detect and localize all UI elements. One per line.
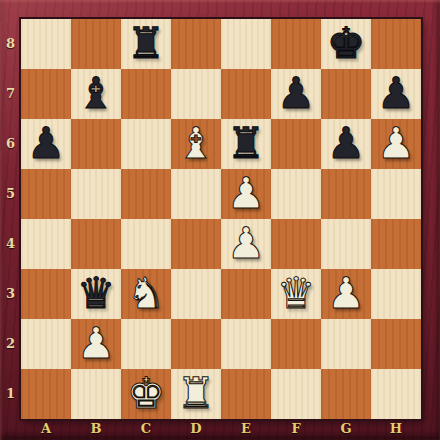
- rank-label-3: 3: [0, 269, 21, 319]
- piece-white-pawn[interactable]: ♟: [327, 272, 366, 315]
- square-d5[interactable]: [171, 169, 221, 219]
- square-f1[interactable]: [271, 369, 321, 419]
- rank-label-2: 2: [0, 319, 21, 369]
- piece-black-pawn[interactable]: ♟: [327, 122, 366, 165]
- piece-white-knight[interactable]: ♞: [127, 272, 166, 315]
- square-c3[interactable]: ♞: [121, 269, 171, 319]
- square-a6[interactable]: ♟: [21, 119, 71, 169]
- square-e7[interactable]: [221, 69, 271, 119]
- square-h4[interactable]: [371, 219, 421, 269]
- square-f3[interactable]: ♛: [271, 269, 321, 319]
- square-g3[interactable]: ♟: [321, 269, 371, 319]
- square-b2[interactable]: ♟: [71, 319, 121, 369]
- square-a4[interactable]: [21, 219, 71, 269]
- piece-white-pawn[interactable]: ♟: [77, 322, 116, 365]
- file-label-c: C: [121, 420, 171, 440]
- square-c2[interactable]: [121, 319, 171, 369]
- square-c8[interactable]: ♜: [121, 19, 171, 69]
- piece-white-pawn[interactable]: ♟: [377, 122, 416, 165]
- square-b8[interactable]: [71, 19, 121, 69]
- square-g2[interactable]: [321, 319, 371, 369]
- file-label-b: B: [71, 420, 121, 440]
- piece-black-bishop[interactable]: ♝: [77, 72, 116, 115]
- square-f7[interactable]: ♟: [271, 69, 321, 119]
- square-c6[interactable]: [121, 119, 171, 169]
- square-f2[interactable]: [271, 319, 321, 369]
- square-d7[interactable]: [171, 69, 221, 119]
- board-frame: ♜♚♝♟♟♟♝♜♟♟♟♟♛♞♛♟♟♚♜ 87654321 ABCDEFGH: [0, 0, 440, 440]
- rank-label-7: 7: [0, 69, 21, 119]
- square-d4[interactable]: [171, 219, 221, 269]
- square-a1[interactable]: [21, 369, 71, 419]
- rank-label-4: 4: [0, 219, 21, 269]
- square-c7[interactable]: [121, 69, 171, 119]
- piece-white-king[interactable]: ♚: [127, 372, 166, 415]
- square-d2[interactable]: [171, 319, 221, 369]
- square-h6[interactable]: ♟: [371, 119, 421, 169]
- square-a3[interactable]: [21, 269, 71, 319]
- square-f8[interactable]: [271, 19, 321, 69]
- square-c5[interactable]: [121, 169, 171, 219]
- square-h2[interactable]: [371, 319, 421, 369]
- square-e4[interactable]: ♟: [221, 219, 271, 269]
- square-d6[interactable]: ♝: [171, 119, 221, 169]
- square-h8[interactable]: [371, 19, 421, 69]
- piece-black-king[interactable]: ♚: [327, 22, 366, 65]
- square-a2[interactable]: [21, 319, 71, 369]
- square-e5[interactable]: ♟: [221, 169, 271, 219]
- square-a7[interactable]: [21, 69, 71, 119]
- square-a8[interactable]: [21, 19, 71, 69]
- square-c4[interactable]: [121, 219, 171, 269]
- rank-label-1: 1: [0, 369, 21, 419]
- piece-white-queen[interactable]: ♛: [277, 272, 316, 315]
- piece-black-rook[interactable]: ♜: [127, 22, 166, 65]
- file-label-f: F: [271, 420, 321, 440]
- piece-black-rook[interactable]: ♜: [227, 122, 266, 165]
- square-b4[interactable]: [71, 219, 121, 269]
- square-g1[interactable]: [321, 369, 371, 419]
- file-label-e: E: [221, 420, 271, 440]
- file-label-d: D: [171, 420, 221, 440]
- piece-black-queen[interactable]: ♛: [77, 272, 116, 315]
- square-d3[interactable]: [171, 269, 221, 319]
- square-f5[interactable]: [271, 169, 321, 219]
- square-h3[interactable]: [371, 269, 421, 319]
- square-h5[interactable]: [371, 169, 421, 219]
- square-g5[interactable]: [321, 169, 371, 219]
- square-e8[interactable]: [221, 19, 271, 69]
- file-label-g: G: [321, 420, 371, 440]
- square-d8[interactable]: [171, 19, 221, 69]
- file-label-h: H: [371, 420, 421, 440]
- square-e6[interactable]: ♜: [221, 119, 271, 169]
- square-h7[interactable]: ♟: [371, 69, 421, 119]
- square-e3[interactable]: [221, 269, 271, 319]
- file-label-a: A: [21, 420, 71, 440]
- square-g7[interactable]: [321, 69, 371, 119]
- square-g6[interactable]: ♟: [321, 119, 371, 169]
- square-b5[interactable]: [71, 169, 121, 219]
- square-f6[interactable]: [271, 119, 321, 169]
- piece-white-rook[interactable]: ♜: [177, 372, 216, 415]
- chess-board: ♜♚♝♟♟♟♝♜♟♟♟♟♛♞♛♟♟♚♜: [21, 19, 421, 419]
- square-b1[interactable]: [71, 369, 121, 419]
- piece-black-pawn[interactable]: ♟: [277, 72, 316, 115]
- rank-label-5: 5: [0, 169, 21, 219]
- rank-label-8: 8: [0, 19, 21, 69]
- square-b3[interactable]: ♛: [71, 269, 121, 319]
- square-a5[interactable]: [21, 169, 71, 219]
- square-d1[interactable]: ♜: [171, 369, 221, 419]
- square-e2[interactable]: [221, 319, 271, 369]
- piece-white-pawn[interactable]: ♟: [227, 172, 266, 215]
- square-g8[interactable]: ♚: [321, 19, 371, 69]
- square-b6[interactable]: [71, 119, 121, 169]
- piece-black-pawn[interactable]: ♟: [27, 122, 66, 165]
- piece-white-bishop[interactable]: ♝: [177, 122, 216, 165]
- square-e1[interactable]: [221, 369, 271, 419]
- square-h1[interactable]: [371, 369, 421, 419]
- square-b7[interactable]: ♝: [71, 69, 121, 119]
- square-f4[interactable]: [271, 219, 321, 269]
- piece-black-pawn[interactable]: ♟: [377, 72, 416, 115]
- square-c1[interactable]: ♚: [121, 369, 171, 419]
- piece-white-pawn[interactable]: ♟: [227, 222, 266, 265]
- square-g4[interactable]: [321, 219, 371, 269]
- rank-label-6: 6: [0, 119, 21, 169]
